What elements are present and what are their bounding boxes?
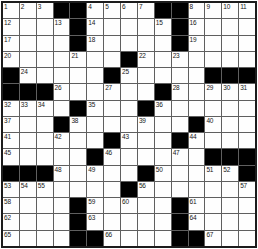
white-square-r12c9[interactable]: 56 (138, 182, 154, 197)
white-square-r6c7[interactable]: 27 (104, 84, 120, 99)
white-square-r5c11[interactable] (172, 68, 188, 83)
black-square-r8c12 (189, 117, 205, 132)
white-square-r9c14[interactable] (222, 133, 238, 148)
black-square-r5c13 (205, 68, 221, 83)
white-square-r1c2[interactable]: 2 (20, 3, 36, 18)
white-square-r6c8[interactable] (121, 84, 137, 99)
white-square-r4c6[interactable] (87, 52, 103, 67)
clue-number-44: 44 (190, 133, 197, 140)
white-square-r1c13[interactable]: 9 (205, 3, 221, 18)
black-square-r11c2 (20, 166, 36, 181)
white-square-r8c8[interactable] (121, 117, 137, 132)
white-square-r2c9[interactable] (138, 19, 154, 34)
white-square-r6c5[interactable] (70, 84, 86, 99)
black-square-r13c5 (70, 198, 86, 213)
white-square-r14c13[interactable] (205, 214, 221, 229)
clue-number-54: 54 (21, 182, 28, 189)
white-square-r12c3[interactable]: 55 (37, 182, 53, 197)
clue-number-40: 40 (206, 117, 213, 124)
clue-number-10: 10 (223, 3, 230, 10)
white-square-r2c6[interactable]: 14 (87, 19, 103, 34)
white-square-r2c8[interactable] (121, 19, 137, 34)
clue-number-12: 12 (4, 19, 11, 26)
white-square-r1c3[interactable]: 3 (37, 3, 53, 18)
white-square-r4c9[interactable]: 22 (138, 52, 154, 67)
white-square-r1c14[interactable]: 10 (222, 3, 238, 18)
black-square-r9c7 (104, 133, 120, 148)
clue-number-60: 60 (122, 198, 129, 205)
white-square-r10c12[interactable] (189, 149, 205, 164)
clue-number-53: 53 (4, 182, 11, 189)
white-square-r11c5[interactable] (70, 166, 86, 181)
clue-number-48: 48 (55, 166, 62, 173)
clue-number-45: 45 (4, 149, 11, 156)
white-square-r3c13[interactable] (205, 36, 221, 51)
white-square-r8c9[interactable]: 39 (138, 117, 154, 132)
black-square-r12c8 (121, 182, 137, 197)
white-square-r9c4[interactable]: 42 (54, 133, 70, 148)
black-square-r7c9 (138, 101, 154, 116)
white-square-r14c14[interactable] (222, 214, 238, 229)
white-square-r8c11[interactable] (172, 117, 188, 132)
black-square-r10c6 (87, 149, 103, 164)
clue-number-23: 23 (173, 52, 180, 59)
clue-number-17: 17 (4, 36, 11, 43)
black-square-r8c4 (54, 117, 70, 132)
white-square-r7c3[interactable]: 34 (37, 101, 53, 116)
white-square-r13c13[interactable] (205, 198, 221, 213)
white-square-r6c11[interactable]: 28 (172, 84, 188, 99)
white-square-r13c4[interactable] (54, 198, 70, 213)
white-square-r13c2[interactable] (20, 198, 36, 213)
black-square-r1c5 (70, 3, 86, 18)
white-square-r6c15[interactable]: 31 (239, 84, 255, 99)
white-square-r10c2[interactable] (20, 149, 36, 164)
black-square-r1c4 (54, 3, 70, 18)
white-square-r1c1[interactable]: 1 (3, 3, 19, 18)
black-square-r14c11 (172, 214, 188, 229)
clue-number-30: 30 (223, 84, 230, 91)
clue-number-3: 3 (38, 3, 41, 10)
clue-number-67: 67 (206, 231, 213, 238)
white-square-r11c12[interactable] (189, 166, 205, 181)
white-square-r4c2[interactable] (20, 52, 36, 67)
clue-number-34: 34 (38, 101, 45, 108)
white-square-r10c1[interactable]: 45 (3, 149, 19, 164)
white-square-r14c12[interactable]: 64 (189, 214, 205, 229)
black-square-r11c1 (3, 166, 19, 181)
white-square-r15c14[interactable] (222, 231, 238, 246)
white-square-r10c7[interactable]: 46 (104, 149, 120, 164)
white-square-r2c1[interactable]: 12 (3, 19, 19, 34)
black-square-r15c6 (87, 231, 103, 246)
clue-number-15: 15 (156, 19, 163, 26)
white-square-r15c7[interactable]: 66 (104, 231, 120, 246)
clue-number-58: 58 (4, 198, 11, 205)
white-square-r15c13[interactable]: 67 (205, 231, 221, 246)
black-square-r4c8 (121, 52, 137, 67)
white-square-r4c10[interactable] (155, 52, 171, 67)
white-square-r7c4[interactable] (54, 101, 70, 116)
white-square-r13c14[interactable] (222, 198, 238, 213)
white-square-r11c8[interactable] (121, 166, 137, 181)
white-square-r5c5[interactable] (70, 68, 86, 83)
white-square-r12c10[interactable] (155, 182, 171, 197)
white-square-r9c13[interactable] (205, 133, 221, 148)
white-square-r1c7[interactable]: 5 (104, 3, 120, 18)
clue-number-7: 7 (139, 3, 142, 10)
clue-number-65: 65 (4, 231, 11, 238)
white-square-r14c9[interactable] (138, 214, 154, 229)
white-square-r8c15[interactable] (239, 117, 255, 132)
white-square-r2c15[interactable] (239, 19, 255, 34)
white-square-r4c7[interactable] (104, 52, 120, 67)
white-square-r4c3[interactable] (37, 52, 53, 67)
white-square-r1c8[interactable]: 6 (121, 3, 137, 18)
white-square-r11c7[interactable] (104, 166, 120, 181)
white-square-r14c3[interactable] (37, 214, 53, 229)
white-square-r6c12[interactable] (189, 84, 205, 99)
clue-number-14: 14 (88, 19, 95, 26)
white-square-r4c14[interactable] (222, 52, 238, 67)
clue-number-16: 16 (190, 19, 197, 26)
clue-number-26: 26 (55, 84, 62, 91)
black-square-r10c13 (205, 149, 221, 164)
white-square-r5c6[interactable] (87, 68, 103, 83)
crossword-page: 1234567891011121314151617181920212223242… (0, 0, 258, 249)
white-square-r13c3[interactable] (37, 198, 53, 213)
white-square-r2c7[interactable] (104, 19, 120, 34)
white-square-r5c4[interactable] (54, 68, 70, 83)
clue-number-25: 25 (122, 68, 129, 75)
black-square-r2c11 (172, 19, 188, 34)
black-square-r1c10 (155, 3, 171, 18)
white-square-r8c14[interactable] (222, 117, 238, 132)
white-square-r7c6[interactable]: 35 (87, 101, 103, 116)
white-square-r10c5[interactable] (70, 149, 86, 164)
black-square-r14c5 (70, 214, 86, 229)
black-square-r13c11 (172, 198, 188, 213)
white-square-r14c15[interactable] (239, 214, 255, 229)
white-square-r15c1[interactable]: 65 (3, 231, 19, 246)
clue-number-21: 21 (71, 52, 78, 59)
white-square-r13c12[interactable]: 61 (189, 198, 205, 213)
clue-number-9: 9 (206, 3, 209, 10)
black-square-r7c5 (70, 101, 86, 116)
clue-number-47: 47 (173, 149, 180, 156)
white-square-r10c9[interactable] (138, 149, 154, 164)
black-square-r6c10 (155, 84, 171, 99)
white-square-r12c13[interactable] (205, 182, 221, 197)
white-square-r7c2[interactable]: 33 (20, 101, 36, 116)
white-square-r6c14[interactable]: 30 (222, 84, 238, 99)
white-square-r7c7[interactable] (104, 101, 120, 116)
white-square-r3c3[interactable] (37, 36, 53, 51)
white-square-r11c10[interactable]: 50 (155, 166, 171, 181)
white-square-r3c14[interactable] (222, 36, 238, 51)
clue-number-63: 63 (88, 214, 95, 221)
white-square-r3c6[interactable]: 18 (87, 36, 103, 51)
white-square-r9c9[interactable] (138, 133, 154, 148)
black-square-r3c11 (172, 36, 188, 51)
white-square-r6c13[interactable]: 29 (205, 84, 221, 99)
white-square-r15c8[interactable] (121, 231, 137, 246)
clue-number-28: 28 (173, 84, 180, 91)
white-square-r3c10[interactable] (155, 36, 171, 51)
clue-number-56: 56 (139, 182, 146, 189)
white-square-r2c10[interactable]: 15 (155, 19, 171, 34)
clue-number-38: 38 (71, 117, 78, 124)
black-square-r11c15 (239, 166, 255, 181)
white-square-r8c7[interactable] (104, 117, 120, 132)
white-square-r7c15[interactable] (239, 101, 255, 116)
white-square-r11c14[interactable]: 52 (222, 166, 238, 181)
white-square-r8c5[interactable]: 38 (70, 117, 86, 132)
white-square-r13c8[interactable]: 60 (121, 198, 137, 213)
white-square-r2c12[interactable]: 16 (189, 19, 205, 34)
white-square-r13c10[interactable] (155, 198, 171, 213)
white-square-r3c2[interactable] (20, 36, 36, 51)
white-square-r14c2[interactable] (20, 214, 36, 229)
black-square-r10c14 (222, 149, 238, 164)
white-square-r8c2[interactable] (20, 117, 36, 132)
white-square-r1c9[interactable]: 7 (138, 3, 154, 18)
white-square-r2c2[interactable] (20, 19, 36, 34)
white-square-r14c8[interactable] (121, 214, 137, 229)
white-square-r12c15[interactable]: 57 (239, 182, 255, 197)
white-square-r11c13[interactable]: 51 (205, 166, 221, 181)
clue-number-43: 43 (122, 133, 129, 140)
clue-number-13: 13 (55, 19, 62, 26)
white-square-r4c11[interactable]: 23 (172, 52, 188, 67)
clue-number-42: 42 (55, 133, 62, 140)
white-square-r5c12[interactable] (189, 68, 205, 83)
white-square-r7c11[interactable] (172, 101, 188, 116)
crossword-grid: 1234567891011121314151617181920212223242… (1, 1, 257, 248)
clue-number-29: 29 (206, 84, 213, 91)
white-square-r3c7[interactable] (104, 36, 120, 51)
white-square-r4c4[interactable] (54, 52, 70, 67)
white-square-r14c10[interactable] (155, 214, 171, 229)
white-square-r13c1[interactable]: 58 (3, 198, 19, 213)
white-square-r9c5[interactable] (70, 133, 86, 148)
white-square-r7c14[interactable] (222, 101, 238, 116)
white-square-r8c3[interactable] (37, 117, 53, 132)
white-square-r10c8[interactable] (121, 149, 137, 164)
white-square-r10c3[interactable] (37, 149, 53, 164)
white-square-r8c6[interactable] (87, 117, 103, 132)
black-square-r5c14 (222, 68, 238, 83)
white-square-r6c9[interactable] (138, 84, 154, 99)
white-square-r13c15[interactable] (239, 198, 255, 213)
white-square-r4c5[interactable]: 21 (70, 52, 86, 67)
black-square-r2c5 (70, 19, 86, 34)
white-square-r11c6[interactable]: 49 (87, 166, 103, 181)
clue-number-19: 19 (190, 36, 197, 43)
clue-number-62: 62 (4, 214, 11, 221)
white-square-r9c1[interactable]: 41 (3, 133, 19, 148)
white-square-r12c1[interactable]: 53 (3, 182, 19, 197)
clue-number-37: 37 (4, 117, 11, 124)
white-square-r10c11[interactable]: 47 (172, 149, 188, 164)
white-square-r7c10[interactable]: 36 (155, 101, 171, 116)
clue-number-64: 64 (190, 214, 197, 221)
white-square-r9c12[interactable]: 44 (189, 133, 205, 148)
white-square-r5c10[interactable] (155, 68, 171, 83)
white-square-r3c9[interactable] (138, 36, 154, 51)
clue-number-18: 18 (88, 36, 95, 43)
white-square-r12c2[interactable]: 54 (20, 182, 36, 197)
clue-number-6: 6 (122, 3, 125, 10)
white-square-r7c8[interactable] (121, 101, 137, 116)
white-square-r7c1[interactable]: 32 (3, 101, 19, 116)
black-square-r15c11 (172, 231, 188, 246)
white-square-r8c10[interactable] (155, 117, 171, 132)
white-square-r5c8[interactable]: 25 (121, 68, 137, 83)
white-square-r9c2[interactable] (20, 133, 36, 148)
white-square-r6c4[interactable]: 26 (54, 84, 70, 99)
black-square-r15c12 (189, 231, 205, 246)
white-square-r14c1[interactable]: 62 (3, 214, 19, 229)
white-square-r2c14[interactable] (222, 19, 238, 34)
clue-number-1: 1 (4, 3, 7, 10)
clue-number-4: 4 (88, 3, 91, 10)
white-square-r7c12[interactable] (189, 101, 205, 116)
white-square-r2c3[interactable] (37, 19, 53, 34)
white-square-r12c5[interactable] (70, 182, 86, 197)
white-square-r8c13[interactable]: 40 (205, 117, 221, 132)
white-square-r13c9[interactable] (138, 198, 154, 213)
clue-number-22: 22 (139, 52, 146, 59)
black-square-r1c11 (172, 3, 188, 18)
white-square-r4c13[interactable] (205, 52, 221, 67)
clue-number-59: 59 (88, 198, 95, 205)
white-square-r13c6[interactable]: 59 (87, 198, 103, 213)
black-square-r6c2 (20, 84, 36, 99)
black-square-r11c9 (138, 166, 154, 181)
white-square-r14c7[interactable] (104, 214, 120, 229)
clue-number-27: 27 (105, 84, 112, 91)
clue-number-20: 20 (4, 52, 11, 59)
white-square-r5c2[interactable]: 24 (20, 68, 36, 83)
white-square-r3c15[interactable] (239, 36, 255, 51)
clue-number-8: 8 (190, 3, 193, 10)
white-square-r10c10[interactable] (155, 149, 171, 164)
white-square-r6c6[interactable] (87, 84, 103, 99)
white-square-r12c14[interactable] (222, 182, 238, 197)
white-square-r15c10[interactable] (155, 231, 171, 246)
white-square-r9c15[interactable] (239, 133, 255, 148)
white-square-r11c11[interactable] (172, 166, 188, 181)
clue-number-24: 24 (21, 68, 28, 75)
white-square-r12c7[interactable] (104, 182, 120, 197)
white-square-r9c10[interactable] (155, 133, 171, 148)
black-square-r9c11 (172, 133, 188, 148)
white-square-r13c7[interactable] (104, 198, 120, 213)
white-square-r7c13[interactable] (205, 101, 221, 116)
white-square-r11c4[interactable]: 48 (54, 166, 70, 181)
white-square-r15c2[interactable] (20, 231, 36, 246)
clue-number-66: 66 (105, 231, 112, 238)
white-square-r1c6[interactable]: 4 (87, 3, 103, 18)
white-square-r15c15[interactable] (239, 231, 255, 246)
clue-number-32: 32 (4, 101, 11, 108)
clue-number-2: 2 (21, 3, 24, 10)
black-square-r10c15 (239, 149, 255, 164)
white-square-r12c6[interactable] (87, 182, 103, 197)
white-square-r5c3[interactable] (37, 68, 53, 83)
black-square-r11c3 (37, 166, 53, 181)
clue-number-41: 41 (4, 133, 11, 140)
white-square-r15c9[interactable] (138, 231, 154, 246)
clue-number-31: 31 (240, 84, 247, 91)
white-square-r14c4[interactable] (54, 214, 70, 229)
white-square-r10c4[interactable] (54, 149, 70, 164)
white-square-r12c4[interactable] (54, 182, 70, 197)
white-square-r15c3[interactable] (37, 231, 53, 246)
black-square-r5c15 (239, 68, 255, 83)
black-square-r5c7 (104, 68, 120, 83)
clue-number-49: 49 (88, 166, 95, 173)
white-square-r15c4[interactable] (54, 231, 70, 246)
clue-number-51: 51 (206, 166, 213, 173)
clue-number-52: 52 (223, 166, 230, 173)
black-square-r6c1 (3, 84, 19, 99)
white-square-r14c6[interactable]: 63 (87, 214, 103, 229)
clue-number-50: 50 (156, 166, 163, 173)
clue-number-61: 61 (190, 198, 197, 205)
white-square-r2c4[interactable]: 13 (54, 19, 70, 34)
white-square-r8c1[interactable]: 37 (3, 117, 19, 132)
clue-number-33: 33 (21, 101, 28, 108)
white-square-r1c15[interactable]: 11 (239, 3, 255, 18)
clue-number-36: 36 (156, 101, 163, 108)
white-square-r5c9[interactable] (138, 68, 154, 83)
clue-number-39: 39 (139, 117, 146, 124)
white-square-r9c6[interactable] (87, 133, 103, 148)
clue-number-5: 5 (105, 3, 108, 10)
white-square-r9c8[interactable]: 43 (121, 133, 137, 148)
white-square-r2c13[interactable] (205, 19, 221, 34)
white-square-r3c4[interactable] (54, 36, 70, 51)
white-square-r4c15[interactable] (239, 52, 255, 67)
white-square-r3c12[interactable]: 19 (189, 36, 205, 51)
clue-number-55: 55 (38, 182, 45, 189)
white-square-r4c1[interactable]: 20 (3, 52, 19, 67)
black-square-r3c5 (70, 36, 86, 51)
white-square-r9c3[interactable] (37, 133, 53, 148)
clue-number-46: 46 (105, 149, 112, 156)
clue-number-57: 57 (240, 182, 247, 189)
white-square-r3c8[interactable] (121, 36, 137, 51)
black-square-r5c1 (3, 68, 19, 83)
black-square-r15c5 (70, 231, 86, 246)
white-square-r3c1[interactable]: 17 (3, 36, 19, 51)
white-square-r12c12[interactable] (189, 182, 205, 197)
white-square-r4c12[interactable] (189, 52, 205, 67)
clue-number-35: 35 (88, 101, 95, 108)
black-square-r6c3 (37, 84, 53, 99)
clue-number-11: 11 (240, 3, 246, 10)
white-square-r1c12[interactable]: 8 (189, 3, 205, 18)
white-square-r12c11[interactable] (172, 182, 188, 197)
